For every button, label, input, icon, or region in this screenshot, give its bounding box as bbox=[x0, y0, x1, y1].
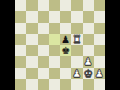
square-h7[interactable] bbox=[94, 11, 105, 22]
square-f8[interactable] bbox=[71, 0, 82, 11]
square-b4[interactable] bbox=[26, 45, 37, 56]
square-a6[interactable] bbox=[15, 23, 26, 34]
square-f2[interactable]: ♟ bbox=[71, 68, 82, 79]
square-a1[interactable] bbox=[15, 79, 26, 90]
white-rook-piece[interactable]: ♜ bbox=[72, 34, 81, 45]
square-c7[interactable] bbox=[38, 11, 49, 22]
square-a8[interactable] bbox=[15, 0, 26, 11]
white-pawn-piece[interactable]: ♟ bbox=[72, 68, 81, 79]
white-pawn-piece[interactable]: ♟ bbox=[95, 68, 104, 79]
square-g5[interactable] bbox=[83, 34, 94, 45]
square-c6[interactable] bbox=[38, 23, 49, 34]
square-f5[interactable]: ♜ bbox=[71, 34, 82, 45]
square-b6[interactable] bbox=[26, 23, 37, 34]
square-a2[interactable] bbox=[15, 68, 26, 79]
square-a4[interactable] bbox=[15, 45, 26, 56]
square-b8[interactable] bbox=[26, 0, 37, 11]
letterboxed-frame: ♟♜♚♟♟♚♟ bbox=[0, 0, 120, 90]
square-d2[interactable] bbox=[49, 68, 60, 79]
white-king-piece[interactable]: ♚ bbox=[84, 68, 93, 79]
square-a7[interactable] bbox=[15, 11, 26, 22]
square-c1[interactable] bbox=[38, 79, 49, 90]
square-b7[interactable] bbox=[26, 11, 37, 22]
square-h2[interactable]: ♟ bbox=[94, 68, 105, 79]
square-g4[interactable] bbox=[83, 45, 94, 56]
square-d8[interactable] bbox=[49, 0, 60, 11]
square-d4[interactable] bbox=[49, 45, 60, 56]
square-b3[interactable] bbox=[26, 56, 37, 67]
square-f3[interactable] bbox=[71, 56, 82, 67]
square-e4[interactable]: ♚ bbox=[60, 45, 71, 56]
square-d3[interactable] bbox=[49, 56, 60, 67]
square-h5[interactable] bbox=[94, 34, 105, 45]
square-g8[interactable] bbox=[83, 0, 94, 11]
square-h1[interactable] bbox=[94, 79, 105, 90]
square-d6[interactable] bbox=[49, 23, 60, 34]
square-e8[interactable] bbox=[60, 0, 71, 11]
square-b5[interactable] bbox=[26, 34, 37, 45]
square-e6[interactable] bbox=[60, 23, 71, 34]
square-e5[interactable]: ♟ bbox=[60, 34, 71, 45]
letterbox-right bbox=[105, 0, 120, 90]
square-e7[interactable] bbox=[60, 11, 71, 22]
square-f4[interactable] bbox=[71, 45, 82, 56]
square-e3[interactable] bbox=[60, 56, 71, 67]
square-d7[interactable] bbox=[49, 11, 60, 22]
square-a5[interactable] bbox=[15, 34, 26, 45]
square-g1[interactable] bbox=[83, 79, 94, 90]
square-h6[interactable] bbox=[94, 23, 105, 34]
square-f1[interactable] bbox=[71, 79, 82, 90]
white-pawn-piece[interactable]: ♟ bbox=[84, 56, 93, 67]
square-c5[interactable] bbox=[38, 34, 49, 45]
square-c4[interactable] bbox=[38, 45, 49, 56]
black-king-piece[interactable]: ♚ bbox=[61, 45, 70, 56]
square-h8[interactable] bbox=[94, 0, 105, 11]
square-g6[interactable] bbox=[83, 23, 94, 34]
square-c8[interactable] bbox=[38, 0, 49, 11]
square-f6[interactable] bbox=[71, 23, 82, 34]
square-d5[interactable] bbox=[49, 34, 60, 45]
square-c2[interactable] bbox=[38, 68, 49, 79]
square-a3[interactable] bbox=[15, 56, 26, 67]
letterbox-left bbox=[0, 0, 15, 90]
square-e2[interactable] bbox=[60, 68, 71, 79]
square-g2[interactable]: ♚ bbox=[83, 68, 94, 79]
square-b1[interactable] bbox=[26, 79, 37, 90]
square-h3[interactable] bbox=[94, 56, 105, 67]
square-g3[interactable]: ♟ bbox=[83, 56, 94, 67]
square-c3[interactable] bbox=[38, 56, 49, 67]
square-f7[interactable] bbox=[71, 11, 82, 22]
chess-board[interactable]: ♟♜♚♟♟♚♟ bbox=[15, 0, 105, 90]
square-b2[interactable] bbox=[26, 68, 37, 79]
square-g7[interactable] bbox=[83, 11, 94, 22]
black-pawn-piece[interactable]: ♟ bbox=[61, 34, 70, 45]
square-h4[interactable] bbox=[94, 45, 105, 56]
square-e1[interactable] bbox=[60, 79, 71, 90]
square-d1[interactable] bbox=[49, 79, 60, 90]
